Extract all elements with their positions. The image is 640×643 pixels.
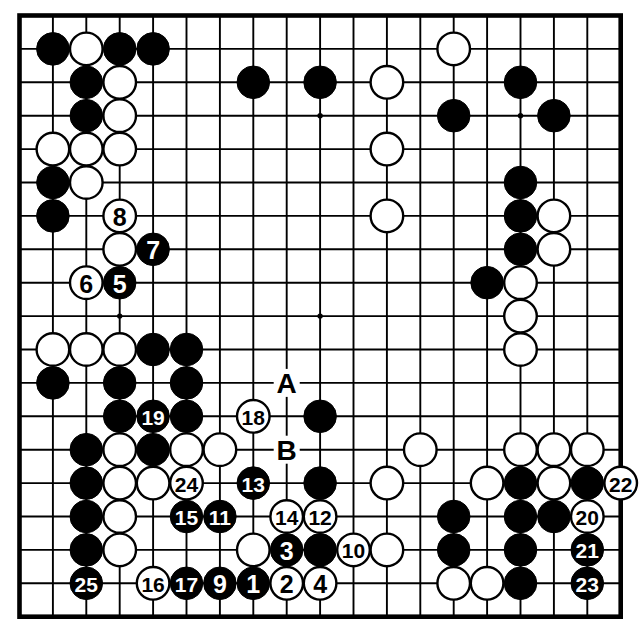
move-number-14: 14 — [275, 506, 299, 529]
point-label-A: A — [277, 368, 297, 399]
black-stone — [504, 233, 537, 266]
move-number-9: 9 — [213, 570, 227, 598]
black-stone — [70, 534, 103, 567]
white-stone — [404, 433, 437, 466]
move-number-4: 4 — [313, 570, 327, 598]
move-number-23: 23 — [576, 573, 599, 596]
white-stone — [471, 567, 504, 600]
star-point — [317, 113, 322, 118]
white-stone — [103, 500, 136, 533]
move-number-15: 15 — [175, 506, 199, 529]
move-number-2: 2 — [280, 570, 294, 598]
white-stone — [504, 266, 537, 299]
move-number-13: 13 — [242, 473, 265, 496]
black-stone — [70, 500, 103, 533]
white-stone — [538, 200, 571, 233]
white-stone — [70, 133, 103, 166]
move-number-10: 10 — [342, 539, 365, 562]
white-stone — [103, 534, 136, 567]
white-stone — [137, 467, 170, 500]
black-stone — [304, 66, 337, 99]
white-stone — [70, 333, 103, 366]
move-number-17: 17 — [175, 573, 198, 596]
move-number-11: 11 — [209, 506, 232, 529]
white-stone — [538, 467, 571, 500]
black-stone — [437, 99, 470, 132]
white-stone — [471, 467, 504, 500]
move-number-19: 19 — [141, 406, 164, 429]
move-number-12: 12 — [308, 506, 331, 529]
move-number-24: 24 — [175, 473, 199, 496]
white-stone — [437, 33, 470, 66]
star-point — [518, 113, 523, 118]
white-stone — [103, 66, 136, 99]
go-board: 1234567891011121314151617181920212223242… — [0, 0, 640, 643]
white-stone — [103, 433, 136, 466]
white-stone — [103, 467, 136, 500]
go-diagram-page: 1234567891011121314151617181920212223242… — [0, 0, 640, 643]
black-stone — [37, 367, 70, 400]
move-number-18: 18 — [242, 406, 266, 429]
white-stone — [371, 534, 404, 567]
black-stone — [504, 534, 537, 567]
white-stone — [103, 133, 136, 166]
move-number-7: 7 — [146, 236, 160, 264]
move-number-5: 5 — [113, 270, 127, 298]
black-stone — [170, 333, 203, 366]
move-number-16: 16 — [141, 573, 164, 596]
move-number-3: 3 — [280, 537, 294, 565]
move-number-22: 22 — [609, 473, 632, 496]
black-stone — [137, 433, 170, 466]
black-stone — [137, 33, 170, 66]
black-stone — [437, 500, 470, 533]
black-stone — [70, 66, 103, 99]
white-stone — [37, 133, 70, 166]
black-stone — [103, 33, 136, 66]
move-number-8: 8 — [113, 203, 127, 231]
white-stone — [70, 166, 103, 199]
black-stone — [170, 367, 203, 400]
black-stone — [137, 333, 170, 366]
move-number-6: 6 — [79, 270, 93, 298]
move-number-20: 20 — [576, 506, 599, 529]
white-stone — [103, 333, 136, 366]
white-stone — [371, 200, 404, 233]
black-stone — [304, 467, 337, 500]
move-number-21: 21 — [576, 539, 600, 562]
black-stone — [237, 66, 270, 99]
black-stone — [304, 534, 337, 567]
star-point — [117, 313, 122, 318]
black-stone — [504, 200, 537, 233]
white-stone — [70, 33, 103, 66]
black-stone — [103, 400, 136, 433]
black-stone — [70, 99, 103, 132]
black-stone — [304, 400, 337, 433]
white-stone — [437, 567, 470, 600]
black-stone — [504, 500, 537, 533]
black-stone — [37, 166, 70, 199]
black-stone — [504, 66, 537, 99]
black-stone — [504, 166, 537, 199]
black-stone — [504, 467, 537, 500]
move-number-1: 1 — [246, 570, 260, 598]
black-stone — [437, 534, 470, 567]
black-stone — [504, 567, 537, 600]
white-stone — [504, 433, 537, 466]
white-stone — [371, 467, 404, 500]
white-stone — [538, 433, 571, 466]
white-stone — [371, 66, 404, 99]
white-stone — [170, 433, 203, 466]
white-stone — [237, 534, 270, 567]
black-stone — [170, 400, 203, 433]
white-stone — [371, 133, 404, 166]
white-stone — [571, 433, 604, 466]
black-stone — [571, 467, 604, 500]
black-stone — [37, 200, 70, 233]
black-stone — [70, 467, 103, 500]
move-number-25: 25 — [75, 573, 99, 596]
star-point — [317, 313, 322, 318]
black-stone — [471, 266, 504, 299]
black-stone — [70, 433, 103, 466]
white-stone — [204, 433, 237, 466]
black-stone — [538, 99, 571, 132]
black-stone — [538, 500, 571, 533]
white-stone — [103, 233, 136, 266]
white-stone — [504, 333, 537, 366]
white-stone — [103, 99, 136, 132]
point-label-B: B — [277, 435, 297, 466]
black-stone — [37, 33, 70, 66]
white-stone — [538, 233, 571, 266]
black-stone — [103, 367, 136, 400]
white-stone — [504, 300, 537, 333]
white-stone — [37, 333, 70, 366]
